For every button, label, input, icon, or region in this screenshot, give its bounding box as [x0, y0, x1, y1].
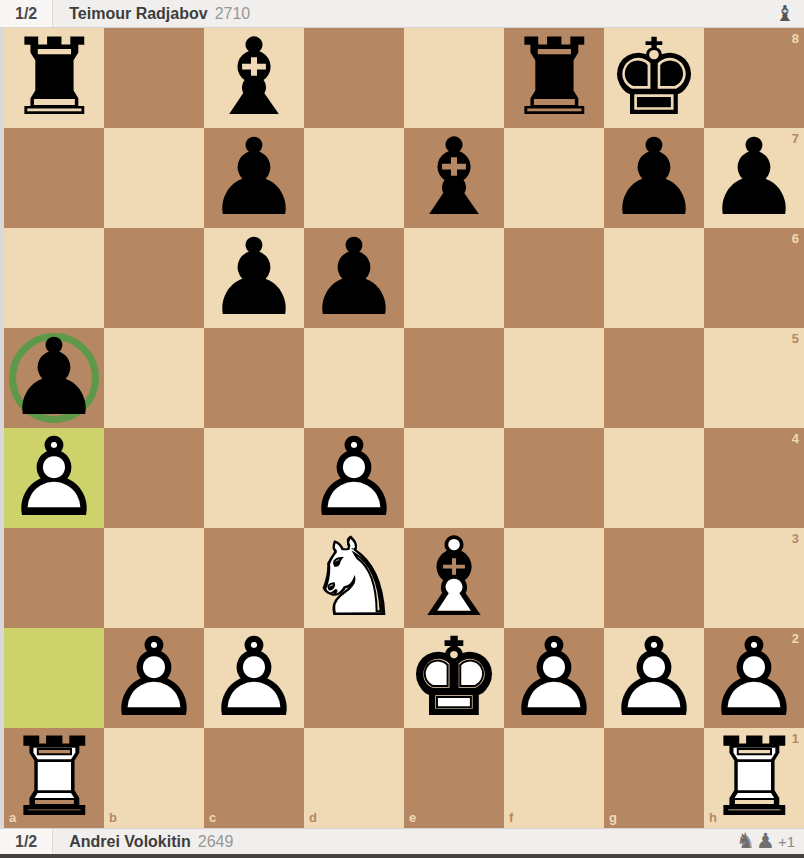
square-b4[interactable]	[104, 428, 204, 528]
rank-label-4: 4	[792, 432, 799, 445]
piece-white-pawn-b2[interactable]: ♟♙	[104, 628, 204, 728]
square-d2[interactable]	[304, 628, 404, 728]
window-bottom-edge	[0, 854, 804, 858]
black-king-glyph: ♚	[604, 28, 704, 128]
rank-label-5: 5	[792, 332, 799, 345]
square-e8[interactable]	[404, 28, 504, 128]
square-h3[interactable]: 3	[704, 528, 804, 628]
square-e4[interactable]	[404, 428, 504, 528]
piece-white-pawn-a4[interactable]: ♟♙	[4, 428, 104, 528]
square-d7[interactable]	[304, 128, 404, 228]
square-h5[interactable]: 5	[704, 328, 804, 428]
piece-white-pawn-f2[interactable]: ♟♙	[504, 628, 604, 728]
white-pawn-outline: ♙	[104, 628, 204, 728]
square-e6[interactable]	[404, 228, 504, 328]
square-c3[interactable]	[204, 528, 304, 628]
rank-label-3: 3	[792, 532, 799, 545]
square-h4[interactable]: 4	[704, 428, 804, 528]
file-label-c: c	[209, 811, 216, 824]
chess-app-window: 1/2 Teimour Radjabov 2710 ♝ 8765432abcde…	[0, 0, 804, 858]
black-pawn-glyph: ♟	[604, 128, 704, 228]
white-pawn-outline: ♙	[204, 628, 304, 728]
square-h8[interactable]: 8	[704, 28, 804, 128]
piece-black-king-g8[interactable]: ♚	[604, 28, 704, 128]
file-label-e: e	[409, 811, 416, 824]
square-a7[interactable]	[4, 128, 104, 228]
white-pawn-outline: ♙	[604, 628, 704, 728]
piece-white-pawn-g2[interactable]: ♟♙	[604, 628, 704, 728]
piece-white-knight-d3[interactable]: ♞♘	[304, 528, 404, 628]
piece-black-bishop-c8[interactable]: ♝	[204, 28, 304, 128]
piece-white-pawn-d4[interactable]: ♟♙	[304, 428, 404, 528]
square-e1[interactable]: e	[404, 728, 504, 828]
black-rook-glyph: ♜	[504, 28, 604, 128]
top-captured-pieces-tray: ♝	[774, 3, 804, 25]
square-g1[interactable]: g	[604, 728, 704, 828]
piece-white-pawn-c2[interactable]: ♟♙	[204, 628, 304, 728]
piece-black-pawn-g7[interactable]: ♟	[604, 128, 704, 228]
piece-black-pawn-c6[interactable]: ♟	[204, 228, 304, 328]
white-king-outline: ♔	[404, 628, 504, 728]
white-pawn-outline: ♙	[704, 628, 804, 728]
square-f3[interactable]	[504, 528, 604, 628]
square-a6[interactable]	[4, 228, 104, 328]
square-g3[interactable]	[604, 528, 704, 628]
black-pawn-glyph: ♟	[304, 228, 404, 328]
bottom-player-bar: 1/2 Andrei Volokitin 2649 ♞♟+1	[0, 828, 804, 854]
piece-white-king-e2[interactable]: ♚♔	[404, 628, 504, 728]
bottom-player-rating: 2649	[198, 833, 234, 851]
square-d8[interactable]	[304, 28, 404, 128]
square-c1[interactable]: c	[204, 728, 304, 828]
piece-black-bishop-e7[interactable]: ♝	[404, 128, 504, 228]
piece-white-bishop-e3[interactable]: ♝♗	[404, 528, 504, 628]
square-f4[interactable]	[504, 428, 604, 528]
square-f1[interactable]: f	[504, 728, 604, 828]
square-h6[interactable]: 6	[704, 228, 804, 328]
black-bishop-glyph: ♝	[404, 128, 504, 228]
square-b6[interactable]	[104, 228, 204, 328]
square-b1[interactable]: b	[104, 728, 204, 828]
file-label-g: g	[609, 811, 617, 824]
white-knight-outline: ♘	[304, 528, 404, 628]
piece-black-pawn-h7[interactable]: ♟	[704, 128, 804, 228]
square-f5[interactable]	[504, 328, 604, 428]
white-bishop-outline: ♗	[404, 528, 504, 628]
captured-bishop-icon: ♝	[775, 3, 795, 25]
piece-black-rook-a8[interactable]: ♜	[4, 28, 104, 128]
file-label-b: b	[109, 811, 117, 824]
file-label-f: f	[509, 811, 513, 824]
piece-white-rook-a1[interactable]: ♜♖	[4, 728, 104, 828]
file-label-d: d	[309, 811, 317, 824]
black-rook-glyph: ♜	[4, 28, 104, 128]
square-d1[interactable]: d	[304, 728, 404, 828]
white-pawn-outline: ♙	[504, 628, 604, 728]
black-pawn-glyph: ♟	[4, 328, 104, 428]
square-c5[interactable]	[204, 328, 304, 428]
square-g4[interactable]	[604, 428, 704, 528]
white-rook-outline: ♖	[704, 728, 804, 828]
black-bishop-glyph: ♝	[204, 28, 304, 128]
white-pawn-outline: ♙	[4, 428, 104, 528]
white-rook-outline: ♖	[4, 728, 104, 828]
square-f6[interactable]	[504, 228, 604, 328]
square-f7[interactable]	[504, 128, 604, 228]
square-b8[interactable]	[104, 28, 204, 128]
square-a2[interactable]	[4, 628, 104, 728]
square-e5[interactable]	[404, 328, 504, 428]
chess-board[interactable]: 8765432abcdefg1h♜♝♜♚♟♝♟♟♟♟♟♟♙♟♙♞♘♝♗♟♙♟♙♚…	[4, 28, 804, 828]
piece-black-rook-f8[interactable]: ♜	[504, 28, 604, 128]
square-d5[interactable]	[304, 328, 404, 428]
white-pawn-outline: ♙	[304, 428, 404, 528]
black-pawn-glyph: ♟	[204, 128, 304, 228]
black-pawn-glyph: ♟	[204, 228, 304, 328]
square-b5[interactable]	[104, 328, 204, 428]
square-g6[interactable]	[604, 228, 704, 328]
square-c4[interactable]	[204, 428, 304, 528]
square-a3[interactable]	[4, 528, 104, 628]
square-b7[interactable]	[104, 128, 204, 228]
piece-black-pawn-d6[interactable]: ♟	[304, 228, 404, 328]
square-g5[interactable]	[604, 328, 704, 428]
piece-black-pawn-a5[interactable]: ♟	[4, 328, 104, 428]
piece-white-rook-h1[interactable]: ♜♖	[704, 728, 804, 828]
piece-white-pawn-h2[interactable]: ♟♙	[704, 628, 804, 728]
piece-black-pawn-c7[interactable]: ♟	[204, 128, 304, 228]
square-b3[interactable]	[104, 528, 204, 628]
rank-label-8: 8	[792, 32, 799, 45]
black-pawn-glyph: ♟	[704, 128, 804, 228]
